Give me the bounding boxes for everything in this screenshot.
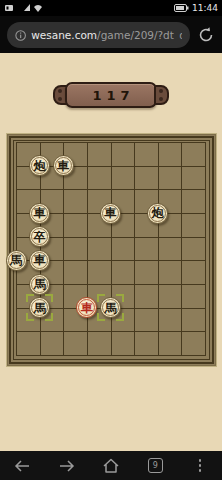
clock: 11:44	[192, 0, 218, 16]
piece-label: 馬	[10, 254, 22, 266]
url-path: /game/209/?dt_dapp	[97, 29, 182, 41]
piece-label: 炮	[152, 207, 164, 219]
home-icon	[102, 458, 120, 474]
piece-black-chariot[interactable]: 車	[29, 203, 50, 224]
browser-nav-bar: 9	[0, 451, 222, 480]
piece-label: 車	[34, 254, 46, 266]
piece-black-horse[interactable]: 馬	[6, 250, 27, 271]
refresh-button[interactable]	[195, 24, 217, 46]
selection-highlight	[97, 294, 124, 321]
home-button[interactable]	[96, 455, 126, 477]
piece-label: 馬	[34, 278, 46, 290]
status-bar: 11:44	[0, 0, 222, 16]
tab-count: 9	[153, 461, 158, 470]
piece-black-cannon[interactable]: 炮	[147, 203, 168, 224]
tabs-button[interactable]: 9	[140, 455, 170, 477]
phone-screen: 11:44 wesane.com/game/209/?dt_dapp 117	[0, 0, 222, 480]
plaque-bar: 117	[65, 82, 157, 108]
level-plaque: 117	[0, 82, 222, 108]
overflow-menu-icon	[199, 459, 202, 472]
menu-button[interactable]	[185, 455, 215, 477]
level-number: 117	[87, 88, 134, 103]
piece-black-cannon[interactable]: 炮	[29, 155, 50, 176]
piece-black-soldier[interactable]: 卒	[29, 226, 50, 247]
plaque-ornament-right	[154, 85, 169, 105]
wifi-icon	[34, 5, 42, 12]
piece-label: 車	[81, 302, 93, 314]
back-button[interactable]	[7, 455, 37, 477]
battery-icon	[174, 3, 189, 13]
signal-icon	[24, 4, 30, 11]
piece-label: 卒	[34, 231, 46, 243]
browser-url-bar: wesane.com/game/209/?dt_dapp	[0, 16, 222, 53]
piece-black-chariot[interactable]: 車	[53, 155, 74, 176]
piece-black-horse[interactable]: 馬	[29, 274, 50, 295]
selection-highlight	[26, 294, 53, 321]
url-host: wesane.com	[31, 29, 97, 41]
info-icon	[15, 29, 26, 42]
pieces-layer: 炮車車車炮卒馬車馬馬車馬	[16, 142, 206, 356]
piece-label: 炮	[34, 160, 46, 172]
piece-label: 車	[34, 207, 46, 219]
game-page: 117 炮車車車炮卒馬車馬馬車馬	[0, 53, 222, 451]
url-field[interactable]: wesane.com/game/209/?dt_dapp	[7, 22, 190, 48]
piece-red-chariot[interactable]: 車	[76, 297, 97, 318]
url-text: wesane.com/game/209/?dt_dapp	[31, 29, 182, 41]
piece-label: 車	[105, 207, 117, 219]
refresh-icon	[197, 26, 215, 44]
back-icon	[13, 459, 31, 473]
tabs-icon: 9	[148, 458, 163, 473]
piece-black-chariot[interactable]: 車	[29, 250, 50, 271]
forward-icon	[58, 459, 76, 473]
xiangqi-board: 炮車車車炮卒馬車馬馬車馬	[6, 133, 217, 367]
piece-black-chariot[interactable]: 車	[100, 203, 121, 224]
forward-button[interactable]	[52, 455, 82, 477]
piece-label: 車	[57, 160, 69, 172]
sim-icon	[4, 2, 44, 14]
